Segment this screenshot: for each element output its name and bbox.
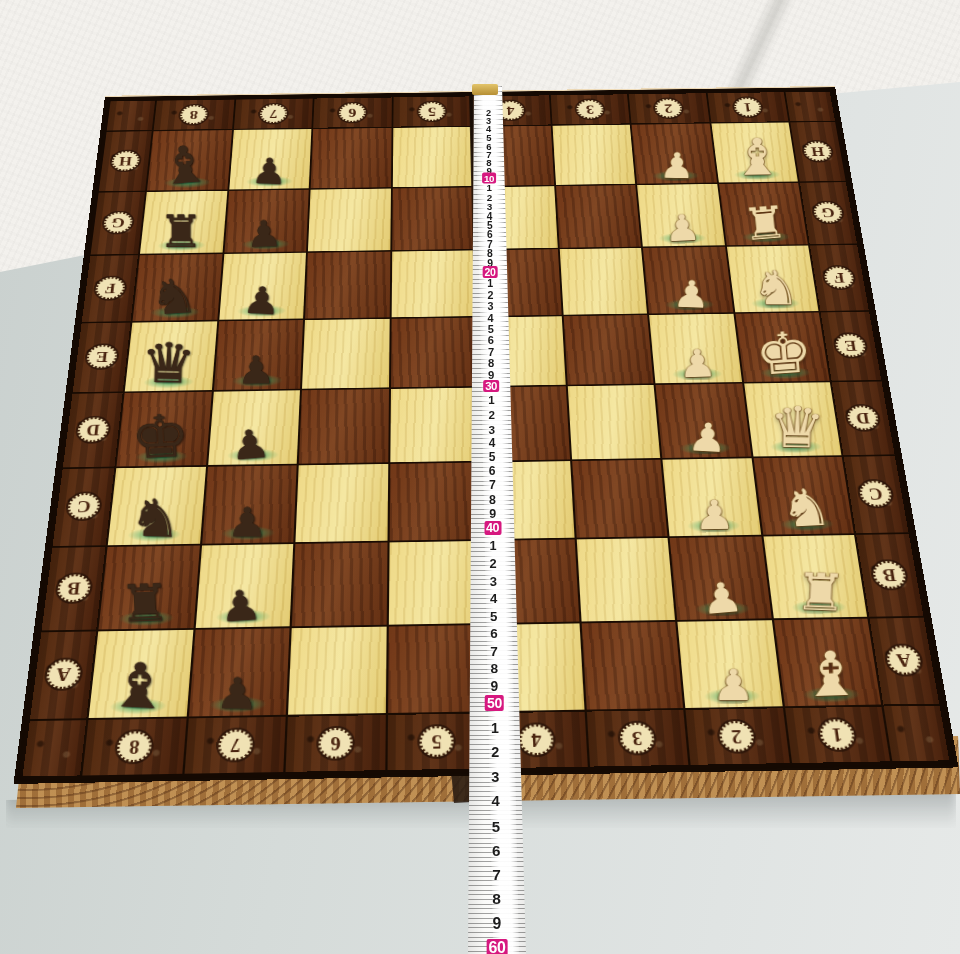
tape-number-43: 3 (490, 573, 497, 588)
square-c5 (389, 462, 480, 541)
square-a8: ♝ (89, 629, 193, 718)
square-f6 (305, 252, 390, 319)
square-d6 (299, 389, 389, 463)
black-pawn-e7: ♟ (237, 351, 276, 390)
medallion-top-rank-6: 6 (313, 98, 391, 128)
medallion-top-rank-6-label: 6 (339, 103, 366, 122)
medallion-right-file-b-label: B (871, 561, 908, 589)
black-pawn-a7: ♟ (216, 672, 260, 716)
white-bishop-a1: ♝ (799, 643, 864, 707)
medallion-top-rank-8-label: 8 (180, 105, 209, 124)
square-h8: ♝ (147, 130, 232, 190)
tape-number-36: 6 (489, 464, 495, 478)
white-pawn-b2: ♟ (699, 576, 745, 621)
medallion-bottom-rank-2: 2 (686, 708, 790, 765)
square-b5 (388, 541, 482, 624)
medallion-bottom-rank-1-label: 1 (818, 719, 856, 750)
medallion-left-file-g-label: G (103, 212, 134, 233)
black-pawn-f7: ♟ (242, 281, 282, 320)
tape-number-39: 9 (489, 507, 495, 521)
square-e3 (563, 315, 653, 385)
square-d8: ♚ (117, 392, 212, 466)
black-knight-c8: ♞ (128, 492, 183, 546)
tape-number-49: 9 (491, 678, 498, 694)
square-h1: ♝ (711, 122, 798, 182)
white-rook-b1: ♜ (794, 565, 848, 618)
medallion-left-file-b-label: B (56, 574, 92, 602)
medallion-right-file-h-label: H (802, 141, 833, 161)
black-pawn-c7: ♟ (227, 503, 268, 544)
tape-number-29: 9 (488, 369, 494, 381)
medallion-left-file-d-label: D (76, 417, 109, 442)
tape-number-27: 7 (488, 346, 494, 358)
tape-number-52: 2 (491, 744, 499, 760)
medallion-top-rank-3-label: 3 (576, 100, 604, 119)
black-bishop-h8: ♝ (157, 138, 214, 193)
square-d7: ♟ (208, 390, 300, 464)
square-h7: ♟ (229, 129, 312, 189)
medallion-bottom-rank-8-label: 8 (116, 731, 153, 762)
medallion-right-file-f-label: F (823, 266, 855, 288)
tape-number-51: 1 (491, 720, 498, 736)
medallion-left-file-e-label: E (86, 345, 118, 369)
medallion-left-file-h-label: H (111, 151, 141, 171)
medallion-left-file-g: G (91, 192, 145, 255)
medallion-left-file-a-label: A (45, 660, 82, 690)
tape-number-20: 20 (483, 266, 498, 278)
square-f1: ♞ (727, 246, 819, 312)
frame-corner-top-right (785, 92, 834, 122)
medallion-bottom-rank-7: 7 (184, 717, 286, 774)
medallion-right-file-h: H (790, 122, 845, 181)
square-a1: ♝ (773, 618, 881, 706)
square-b2: ♟ (670, 536, 771, 619)
white-pawn-g2: ♟ (663, 209, 702, 247)
medallion-bottom-rank-3-label: 3 (619, 723, 655, 754)
tape-number-44: 4 (490, 591, 497, 606)
medallion-left-file-b: B (42, 547, 106, 630)
square-h6 (311, 128, 391, 188)
tape-number-53: 3 (491, 769, 499, 785)
square-g8: ♜ (140, 190, 227, 253)
tape-number-34: 4 (489, 436, 495, 450)
medallion-right-file-a: A (870, 617, 940, 704)
square-a6 (288, 626, 386, 715)
medallion-bottom-rank-1: 1 (785, 707, 890, 764)
square-c6 (295, 464, 387, 543)
black-pawn-b7: ♟ (218, 584, 263, 628)
square-e2: ♟ (649, 313, 741, 383)
medallion-right-file-d: D (832, 381, 895, 454)
medallion-top-rank-7-label: 7 (259, 104, 287, 123)
square-b6 (292, 542, 387, 625)
tape-number-56: 6 (492, 842, 500, 859)
tape-metal-tip (472, 84, 498, 95)
medallion-right-file-c-label: C (858, 481, 893, 507)
white-pawn-e2: ♟ (678, 344, 718, 383)
square-a2: ♟ (677, 620, 782, 708)
black-bishop-a8: ♝ (106, 654, 173, 719)
white-pawn-f2: ♟ (672, 275, 711, 313)
tape-number-42: 2 (490, 556, 497, 571)
black-knight-f8: ♞ (147, 272, 199, 323)
square-e6 (302, 318, 389, 388)
tape-number-32: 2 (488, 408, 494, 421)
square-d2: ♟ (656, 384, 751, 458)
medallion-right-file-e: E (821, 311, 882, 380)
medallion-right-file-e-label: E (834, 334, 867, 357)
medallion-left-file-a: A (30, 631, 96, 719)
black-pawn-h7: ♟ (251, 153, 288, 190)
tape-number-37: 7 (489, 478, 495, 492)
square-e7: ♟ (213, 320, 303, 390)
tape-number-57: 7 (492, 866, 500, 884)
tape-number-26: 6 (488, 334, 494, 346)
white-pawn-h2: ♟ (659, 148, 695, 184)
square-c3 (572, 459, 668, 537)
tape-number-60: 60 (487, 939, 508, 954)
white-pawn-c2: ♟ (694, 495, 735, 536)
square-g3 (556, 185, 641, 248)
square-c7: ♟ (202, 465, 297, 544)
square-g6 (308, 188, 391, 251)
medallion-left-file-h: H (99, 131, 152, 191)
frame-corner-bottom-left (23, 720, 87, 776)
tape-number-59: 9 (493, 915, 501, 933)
medallion-bottom-rank-2-label: 2 (718, 721, 755, 752)
tape-number-55: 5 (492, 817, 500, 834)
medallion-left-file-e: E (73, 322, 131, 392)
medallion-top-rank-1-label: 1 (733, 98, 762, 117)
medallion-right-file-d-label: D (846, 405, 880, 430)
square-d3 (567, 385, 660, 459)
tape-number-24: 4 (488, 312, 494, 324)
tape-number-33: 3 (489, 422, 495, 435)
square-b3 (576, 538, 675, 621)
tape-number-54: 4 (492, 793, 500, 809)
tape-number-25: 5 (488, 323, 494, 335)
square-g5 (392, 187, 474, 250)
tape-number-41: 1 (489, 539, 496, 553)
square-f3 (559, 248, 647, 314)
white-knight-c1: ♞ (779, 481, 834, 535)
medallion-right-file-f: F (810, 245, 869, 311)
square-h5 (392, 127, 472, 187)
photo-canvas: { "game": "chess", "scene": { "descripti… (0, 0, 960, 954)
square-e5 (391, 317, 477, 387)
medallion-top-rank-1: 1 (707, 92, 788, 122)
medallion-left-file-f-label: F (94, 277, 126, 299)
medallion-bottom-rank-6: 6 (286, 715, 386, 772)
square-h3 (552, 125, 635, 185)
medallion-top-rank-3: 3 (550, 94, 629, 124)
white-queen-d1: ♛ (768, 399, 826, 457)
tape-number-28: 8 (488, 357, 494, 369)
tape-number-47: 7 (490, 643, 497, 658)
white-rook-g1: ♜ (740, 199, 789, 247)
tape-number-22: 2 (487, 289, 492, 301)
square-f2: ♟ (643, 247, 733, 313)
square-c8: ♞ (108, 466, 206, 545)
black-pawn-d7: ♟ (229, 423, 273, 465)
medallion-right-file-g-label: G (812, 202, 843, 223)
medallion-right-file-c: C (844, 456, 909, 534)
tape-number-58: 8 (492, 890, 500, 908)
square-c1: ♞ (753, 456, 854, 534)
tape-number-21: 1 (487, 277, 492, 289)
square-g2: ♟ (637, 184, 724, 247)
square-b8: ♜ (99, 545, 200, 629)
white-pawn-d2: ♟ (686, 417, 728, 458)
medallion-bottom-rank-4-label: 4 (519, 724, 554, 755)
tape-number-48: 8 (490, 661, 497, 676)
tape-number-50: 50 (485, 695, 504, 711)
medallion-bottom-rank-5-label: 5 (419, 726, 453, 757)
medallion-right-file-g: G (800, 182, 857, 244)
square-e1: ♚ (735, 312, 830, 382)
frame-corner-bottom-right (884, 706, 950, 762)
white-king-e1: ♚ (753, 323, 815, 383)
black-rook-b8: ♜ (118, 576, 172, 629)
square-h2: ♟ (632, 124, 717, 184)
tape-number-23: 3 (488, 300, 494, 312)
white-bishop-h1: ♝ (731, 131, 783, 182)
frame-corner-top-left (107, 101, 155, 131)
medallion-left-file-c-label: C (67, 493, 102, 519)
medallion-top-rank-2-label: 2 (654, 99, 683, 118)
medallion-bottom-rank-7-label: 7 (217, 729, 253, 760)
medallion-top-rank-7: 7 (233, 99, 312, 129)
black-rook-g8: ♜ (159, 209, 204, 254)
black-king-d8: ♚ (129, 406, 192, 467)
medallion-bottom-rank-6-label: 6 (318, 728, 353, 759)
square-f7: ♟ (219, 253, 306, 320)
medallion-right-file-b: B (856, 534, 923, 616)
square-c2: ♟ (662, 458, 760, 536)
tape-number-38: 8 (489, 493, 495, 507)
medallion-top-rank-5-label: 5 (418, 102, 445, 121)
square-a7: ♟ (188, 628, 289, 717)
square-e8: ♛ (125, 321, 217, 391)
black-queen-e8: ♛ (141, 336, 198, 392)
square-b7: ♟ (195, 544, 293, 627)
tape-number-31: 1 (488, 394, 494, 406)
square-b1: ♜ (763, 535, 867, 618)
white-pawn-a2: ♟ (712, 664, 755, 707)
tape-number-40: 40 (484, 521, 501, 535)
black-pawn-g7: ♟ (246, 216, 284, 253)
square-a3 (581, 621, 683, 709)
medallion-top-rank-2: 2 (629, 93, 709, 123)
medallion-left-file-d: D (63, 393, 123, 467)
tape-number-45: 5 (490, 608, 497, 623)
white-knight-f1: ♞ (752, 264, 800, 312)
tape-number-46: 6 (490, 626, 497, 641)
tape-number-30: 30 (483, 380, 499, 392)
medallion-top-rank-8: 8 (154, 100, 234, 130)
square-f8: ♞ (133, 254, 222, 321)
medallion-left-file-c: C (53, 468, 115, 546)
medallion-bottom-rank-8: 8 (82, 718, 186, 775)
medallion-left-file-f: F (82, 255, 138, 321)
square-g1: ♜ (719, 182, 808, 245)
square-d5 (390, 388, 479, 462)
medallion-right-file-a-label: A (885, 646, 923, 676)
square-f5 (391, 250, 475, 317)
medallion-top-rank-5: 5 (393, 96, 471, 126)
square-g7: ♟ (224, 189, 309, 252)
square-d1: ♛ (744, 382, 842, 456)
tape-number-35: 5 (489, 450, 495, 464)
medallion-bottom-rank-3: 3 (586, 710, 688, 767)
